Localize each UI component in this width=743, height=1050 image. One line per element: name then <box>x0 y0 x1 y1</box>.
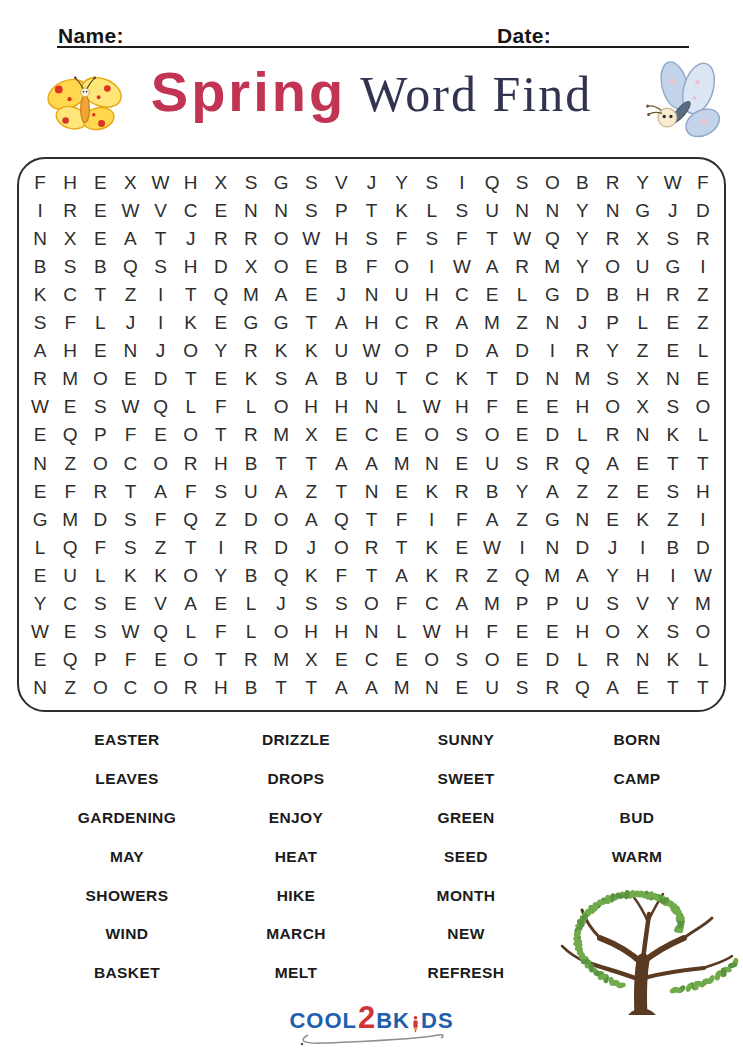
grid-letter[interactable]: Z <box>688 309 718 337</box>
grid-letter[interactable]: Q <box>55 421 85 449</box>
grid-letter[interactable]: E <box>537 393 567 421</box>
grid-letter[interactable]: K <box>296 562 326 590</box>
grid-letter[interactable]: S <box>597 590 627 618</box>
grid-letter[interactable]: K <box>658 421 688 449</box>
brand-logo[interactable]: COOL2BKDS <box>0 1002 743 1046</box>
grid-letter[interactable]: U <box>477 674 507 702</box>
grid-letter[interactable]: E <box>387 421 417 449</box>
grid-letter[interactable]: K <box>417 534 447 562</box>
grid-letter[interactable]: R <box>567 337 597 365</box>
grid-letter[interactable]: O <box>477 421 507 449</box>
word-item[interactable]: BORN <box>557 721 717 760</box>
grid-letter[interactable]: L <box>85 309 115 337</box>
grid-letter[interactable]: H <box>628 562 658 590</box>
grid-letter[interactable]: Z <box>55 674 85 702</box>
grid-letter[interactable]: U <box>356 365 386 393</box>
grid-letter[interactable]: R <box>55 197 85 225</box>
grid-letter[interactable]: A <box>447 590 477 618</box>
grid-letter[interactable]: R <box>85 478 115 506</box>
grid-letter[interactable]: B <box>477 478 507 506</box>
grid-letter[interactable]: K <box>266 337 296 365</box>
grid-letter[interactable]: L <box>236 393 266 421</box>
grid-letter[interactable]: I <box>447 169 477 197</box>
grid-letter[interactable]: O <box>326 534 356 562</box>
grid-letter[interactable]: T <box>326 478 356 506</box>
grid-letter[interactable]: T <box>387 365 417 393</box>
grid-letter[interactable]: N <box>537 309 567 337</box>
grid-letter[interactable]: T <box>356 506 386 534</box>
word-item[interactable]: SHOWERS <box>27 876 227 915</box>
grid-letter[interactable]: L <box>236 618 266 646</box>
grid-letter[interactable]: S <box>447 197 477 225</box>
grid-letter[interactable]: A <box>567 562 597 590</box>
grid-letter[interactable]: T <box>206 421 236 449</box>
grid-letter[interactable]: W <box>477 534 507 562</box>
grid-letter[interactable]: F <box>356 253 386 281</box>
grid-letter[interactable]: Q <box>567 450 597 478</box>
grid-letter[interactable]: N <box>356 618 386 646</box>
grid-letter[interactable]: J <box>146 337 176 365</box>
grid-letter[interactable]: N <box>537 197 567 225</box>
grid-letter[interactable]: M <box>55 506 85 534</box>
grid-letter[interactable]: O <box>266 225 296 253</box>
grid-letter[interactable]: X <box>55 225 85 253</box>
grid-letter[interactable]: J <box>176 225 206 253</box>
grid-letter[interactable]: O <box>597 253 627 281</box>
grid-letter[interactable]: A <box>296 365 326 393</box>
grid-letter[interactable]: T <box>688 674 718 702</box>
grid-letter[interactable]: M <box>537 562 567 590</box>
grid-letter[interactable]: L <box>176 393 206 421</box>
grid-letter[interactable]: W <box>417 618 447 646</box>
grid-letter[interactable]: R <box>597 421 627 449</box>
grid-letter[interactable]: Q <box>537 225 567 253</box>
grid-letter[interactable]: Y <box>387 169 417 197</box>
grid-letter[interactable]: L <box>688 337 718 365</box>
grid-letter[interactable]: E <box>326 421 356 449</box>
grid-letter[interactable]: U <box>326 337 356 365</box>
grid-letter[interactable]: O <box>176 562 206 590</box>
grid-letter[interactable]: N <box>25 450 55 478</box>
grid-letter[interactable]: O <box>387 337 417 365</box>
grid-letter[interactable]: Y <box>597 562 627 590</box>
grid-letter[interactable]: Y <box>658 590 688 618</box>
grid-letter[interactable]: E <box>25 478 55 506</box>
grid-letter[interactable]: N <box>628 646 658 674</box>
grid-letter[interactable]: D <box>85 506 115 534</box>
grid-letter[interactable]: F <box>477 618 507 646</box>
grid-letter[interactable]: N <box>356 478 386 506</box>
grid-letter[interactable]: A <box>356 450 386 478</box>
grid-letter[interactable]: E <box>447 450 477 478</box>
grid-letter[interactable]: F <box>447 225 477 253</box>
grid-letter[interactable]: O <box>597 618 627 646</box>
grid-letter[interactable]: G <box>236 309 266 337</box>
grid-letter[interactable]: F <box>387 506 417 534</box>
grid-letter[interactable]: O <box>85 365 115 393</box>
grid-letter[interactable]: R <box>597 646 627 674</box>
grid-letter[interactable]: Q <box>266 562 296 590</box>
grid-letter[interactable]: D <box>507 365 537 393</box>
word-item[interactable]: CAMP <box>557 760 717 799</box>
grid-letter[interactable]: C <box>417 365 447 393</box>
grid-letter[interactable]: U <box>628 253 658 281</box>
grid-letter[interactable]: M <box>55 365 85 393</box>
grid-letter[interactable]: S <box>417 225 447 253</box>
word-item[interactable]: DROPS <box>216 760 376 799</box>
grid-letter[interactable]: Y <box>597 337 627 365</box>
grid-letter[interactable]: N <box>356 281 386 309</box>
grid-letter[interactable]: S <box>236 169 266 197</box>
grid-letter[interactable]: E <box>688 365 718 393</box>
grid-letter[interactable]: S <box>356 225 386 253</box>
grid-letter[interactable]: A <box>447 309 477 337</box>
grid-letter[interactable]: W <box>688 562 718 590</box>
grid-letter[interactable]: A <box>537 478 567 506</box>
grid-letter[interactable]: K <box>115 562 145 590</box>
grid-letter[interactable]: H <box>417 281 447 309</box>
grid-letter[interactable]: H <box>296 393 326 421</box>
word-item[interactable]: SUNNY <box>386 721 546 760</box>
grid-letter[interactable]: M <box>387 674 417 702</box>
grid-letter[interactable]: C <box>447 281 477 309</box>
grid-letter[interactable]: E <box>447 674 477 702</box>
grid-letter[interactable]: Z <box>115 281 145 309</box>
grid-letter[interactable]: M <box>266 421 296 449</box>
word-item[interactable]: BUD <box>557 799 717 838</box>
grid-letter[interactable]: F <box>206 393 236 421</box>
grid-letter[interactable]: Z <box>688 281 718 309</box>
grid-letter[interactable]: K <box>417 562 447 590</box>
grid-letter[interactable]: L <box>236 590 266 618</box>
grid-letter[interactable]: B <box>326 253 356 281</box>
word-item[interactable]: BASKET <box>27 954 227 993</box>
grid-letter[interactable]: Z <box>507 309 537 337</box>
grid-letter[interactable]: R <box>447 562 477 590</box>
grid-letter[interactable]: R <box>417 309 447 337</box>
grid-letter[interactable]: T <box>688 450 718 478</box>
grid-letter[interactable]: E <box>477 281 507 309</box>
grid-letter[interactable]: H <box>206 450 236 478</box>
grid-letter[interactable]: W <box>25 393 55 421</box>
grid-letter[interactable]: Z <box>597 478 627 506</box>
grid-letter[interactable]: H <box>567 618 597 646</box>
grid-letter[interactable]: P <box>85 421 115 449</box>
grid-letter[interactable]: I <box>688 253 718 281</box>
grid-letter[interactable]: S <box>296 197 326 225</box>
grid-letter[interactable]: O <box>146 674 176 702</box>
grid-letter[interactable]: Q <box>55 646 85 674</box>
grid-letter[interactable]: I <box>688 506 718 534</box>
word-item[interactable]: ENJOY <box>216 799 376 838</box>
grid-letter[interactable]: Z <box>628 337 658 365</box>
grid-letter[interactable]: N <box>356 393 386 421</box>
grid-letter[interactable]: T <box>176 281 206 309</box>
grid-letter[interactable]: F <box>326 562 356 590</box>
grid-letter[interactable]: B <box>236 674 266 702</box>
grid-letter[interactable]: R <box>236 337 266 365</box>
grid-letter[interactable]: C <box>55 281 85 309</box>
grid-letter[interactable]: S <box>85 618 115 646</box>
grid-letter[interactable]: W <box>447 253 477 281</box>
grid-letter[interactable]: I <box>146 281 176 309</box>
grid-letter[interactable]: R <box>597 169 627 197</box>
grid-letter[interactable]: D <box>537 421 567 449</box>
grid-letter[interactable]: Q <box>115 253 145 281</box>
grid-letter[interactable]: R <box>25 365 55 393</box>
grid-letter[interactable]: F <box>85 534 115 562</box>
grid-letter[interactable]: S <box>447 421 477 449</box>
grid-letter[interactable]: W <box>25 618 55 646</box>
grid-letter[interactable]: D <box>688 534 718 562</box>
grid-letter[interactable]: W <box>296 225 326 253</box>
grid-letter[interactable]: H <box>176 169 206 197</box>
grid-letter[interactable]: T <box>296 674 326 702</box>
grid-letter[interactable]: M <box>477 309 507 337</box>
grid-letter[interactable]: Q <box>567 674 597 702</box>
grid-letter[interactable]: P <box>85 646 115 674</box>
word-item[interactable]: WIND <box>27 915 227 954</box>
grid-letter[interactable]: C <box>115 450 145 478</box>
grid-letter[interactable]: Y <box>206 562 236 590</box>
grid-letter[interactable]: D <box>507 337 537 365</box>
grid-letter[interactable]: O <box>597 393 627 421</box>
grid-letter[interactable]: W <box>658 169 688 197</box>
grid-letter[interactable]: S <box>55 253 85 281</box>
word-item[interactable]: MAY <box>27 837 227 876</box>
grid-letter[interactable]: R <box>537 674 567 702</box>
grid-letter[interactable]: A <box>597 450 627 478</box>
grid-letter[interactable]: S <box>507 169 537 197</box>
grid-letter[interactable]: K <box>417 478 447 506</box>
grid-letter[interactable]: T <box>176 365 206 393</box>
grid-letter[interactable]: E <box>55 393 85 421</box>
grid-letter[interactable]: X <box>296 646 326 674</box>
grid-letter[interactable]: F <box>688 169 718 197</box>
grid-letter[interactable]: O <box>477 646 507 674</box>
grid-letter[interactable]: E <box>85 197 115 225</box>
grid-letter[interactable]: O <box>266 393 296 421</box>
grid-letter[interactable]: E <box>387 646 417 674</box>
grid-letter[interactable]: S <box>507 450 537 478</box>
grid-letter[interactable]: Z <box>55 450 85 478</box>
word-item[interactable]: SEED <box>386 837 546 876</box>
grid-letter[interactable]: E <box>296 253 326 281</box>
grid-letter[interactable]: L <box>387 393 417 421</box>
grid-letter[interactable]: X <box>628 618 658 646</box>
grid-letter[interactable]: L <box>507 281 537 309</box>
grid-letter[interactable]: M <box>266 646 296 674</box>
grid-letter[interactable]: E <box>85 225 115 253</box>
grid-letter[interactable]: P <box>537 590 567 618</box>
grid-letter[interactable]: A <box>326 450 356 478</box>
grid-letter[interactable]: S <box>115 506 145 534</box>
grid-letter[interactable]: U <box>387 281 417 309</box>
grid-letter[interactable]: F <box>447 506 477 534</box>
grid-letter[interactable]: E <box>206 309 236 337</box>
grid-letter[interactable]: N <box>25 225 55 253</box>
grid-letter[interactable]: A <box>146 478 176 506</box>
grid-letter[interactable]: Z <box>477 562 507 590</box>
grid-letter[interactable]: M <box>567 365 597 393</box>
grid-letter[interactable]: E <box>115 590 145 618</box>
word-item[interactable]: MARCH <box>216 915 376 954</box>
grid-letter[interactable]: G <box>537 281 567 309</box>
grid-letter[interactable]: Z <box>658 506 688 534</box>
grid-letter[interactable]: Y <box>507 478 537 506</box>
grid-letter[interactable]: E <box>206 590 236 618</box>
grid-letter[interactable]: E <box>85 337 115 365</box>
grid-letter[interactable]: L <box>688 646 718 674</box>
grid-letter[interactable]: V <box>628 590 658 618</box>
grid-letter[interactable]: Y <box>567 197 597 225</box>
grid-letter[interactable]: R <box>236 225 266 253</box>
word-item[interactable]: SWEET <box>386 760 546 799</box>
grid-letter[interactable]: F <box>477 393 507 421</box>
grid-letter[interactable]: H <box>447 393 477 421</box>
grid-letter[interactable]: R <box>236 646 266 674</box>
grid-letter[interactable]: O <box>266 506 296 534</box>
grid-letter[interactable]: O <box>688 618 718 646</box>
grid-letter[interactable]: D <box>567 534 597 562</box>
grid-letter[interactable]: F <box>25 169 55 197</box>
grid-letter[interactable]: F <box>146 506 176 534</box>
grid-letter[interactable]: G <box>658 253 688 281</box>
grid-letter[interactable]: D <box>447 337 477 365</box>
grid-letter[interactable]: C <box>176 197 206 225</box>
grid-letter[interactable]: O <box>146 450 176 478</box>
grid-letter[interactable]: F <box>387 590 417 618</box>
grid-letter[interactable]: J <box>597 534 627 562</box>
grid-letter[interactable]: S <box>507 674 537 702</box>
grid-letter[interactable]: L <box>688 421 718 449</box>
grid-letter[interactable]: N <box>417 450 447 478</box>
grid-letter[interactable]: P <box>507 590 537 618</box>
grid-letter[interactable]: O <box>176 646 206 674</box>
grid-letter[interactable]: B <box>658 534 688 562</box>
grid-letter[interactable]: Y <box>567 225 597 253</box>
grid-letter[interactable]: G <box>266 309 296 337</box>
grid-letter[interactable]: J <box>296 534 326 562</box>
grid-letter[interactable]: E <box>507 421 537 449</box>
grid-letter[interactable]: Q <box>326 506 356 534</box>
grid-letter[interactable]: E <box>628 478 658 506</box>
grid-letter[interactable]: U <box>567 590 597 618</box>
grid-letter[interactable]: K <box>447 365 477 393</box>
grid-letter[interactable]: E <box>25 421 55 449</box>
grid-letter[interactable]: C <box>115 674 145 702</box>
word-item[interactable]: REFRESH <box>386 954 546 993</box>
word-item[interactable]: NEW <box>386 915 546 954</box>
grid-letter[interactable]: I <box>206 534 236 562</box>
grid-letter[interactable]: S <box>296 590 326 618</box>
word-item[interactable]: GARDENING <box>27 799 227 838</box>
grid-letter[interactable]: T <box>658 450 688 478</box>
grid-letter[interactable]: U <box>236 478 266 506</box>
grid-letter[interactable]: N <box>236 197 266 225</box>
grid-letter[interactable]: C <box>356 646 386 674</box>
grid-letter[interactable]: O <box>387 253 417 281</box>
grid-letter[interactable]: J <box>658 197 688 225</box>
grid-letter[interactable]: I <box>25 197 55 225</box>
grid-letter[interactable]: D <box>688 197 718 225</box>
grid-letter[interactable]: C <box>356 421 386 449</box>
grid-letter[interactable]: C <box>55 590 85 618</box>
grid-letter[interactable]: E <box>597 506 627 534</box>
grid-letter[interactable]: H <box>356 309 386 337</box>
grid-letter[interactable]: T <box>115 478 145 506</box>
grid-letter[interactable]: Z <box>146 534 176 562</box>
grid-letter[interactable]: S <box>25 309 55 337</box>
grid-letter[interactable]: T <box>266 674 296 702</box>
grid-letter[interactable]: A <box>326 309 356 337</box>
grid-letter[interactable]: I <box>628 534 658 562</box>
grid-letter[interactable]: K <box>236 365 266 393</box>
grid-letter[interactable]: Q <box>146 618 176 646</box>
grid-letter[interactable]: V <box>146 590 176 618</box>
grid-letter[interactable]: S <box>658 225 688 253</box>
word-item[interactable]: DRIZZLE <box>216 721 376 760</box>
grid-letter[interactable]: H <box>688 478 718 506</box>
grid-letter[interactable]: H <box>326 618 356 646</box>
grid-letter[interactable]: K <box>658 646 688 674</box>
grid-letter[interactable]: D <box>567 281 597 309</box>
grid-letter[interactable]: O <box>417 646 447 674</box>
grid-letter[interactable]: A <box>477 253 507 281</box>
grid-letter[interactable]: R <box>236 534 266 562</box>
grid-letter[interactable]: K <box>387 197 417 225</box>
grid-letter[interactable]: I <box>658 562 688 590</box>
grid-letter[interactable]: I <box>507 534 537 562</box>
grid-letter[interactable]: F <box>55 478 85 506</box>
grid-letter[interactable]: K <box>25 281 55 309</box>
grid-letter[interactable]: X <box>206 169 236 197</box>
grid-letter[interactable]: D <box>236 506 266 534</box>
grid-letter[interactable]: X <box>236 253 266 281</box>
word-item[interactable]: GREEN <box>386 799 546 838</box>
word-item[interactable]: EASTER <box>27 721 227 760</box>
grid-letter[interactable]: A <box>266 478 296 506</box>
grid-letter[interactable]: G <box>628 197 658 225</box>
grid-letter[interactable]: E <box>206 197 236 225</box>
grid-letter[interactable]: L <box>567 646 597 674</box>
grid-letter[interactable]: E <box>507 646 537 674</box>
grid-letter[interactable]: F <box>176 478 206 506</box>
grid-letter[interactable]: Q <box>176 506 206 534</box>
grid-letter[interactable]: F <box>115 646 145 674</box>
grid-letter[interactable]: N <box>507 197 537 225</box>
grid-letter[interactable]: E <box>537 618 567 646</box>
grid-letter[interactable]: C <box>387 309 417 337</box>
grid-letter[interactable]: T <box>266 450 296 478</box>
grid-letter[interactable]: I <box>537 337 567 365</box>
grid-letter[interactable]: O <box>417 421 447 449</box>
grid-letter[interactable]: R <box>206 225 236 253</box>
grid-letter[interactable]: T <box>85 281 115 309</box>
grid-letter[interactable]: R <box>537 450 567 478</box>
grid-letter[interactable]: E <box>507 393 537 421</box>
grid-letter[interactable]: E <box>387 478 417 506</box>
grid-letter[interactable]: O <box>176 337 206 365</box>
grid-letter[interactable]: D <box>206 253 236 281</box>
grid-letter[interactable]: M <box>688 590 718 618</box>
grid-letter[interactable]: T <box>477 365 507 393</box>
grid-letter[interactable]: S <box>85 590 115 618</box>
grid-letter[interactable]: E <box>326 646 356 674</box>
grid-letter[interactable]: U <box>477 450 507 478</box>
grid-letter[interactable]: H <box>628 281 658 309</box>
word-item[interactable]: MONTH <box>386 876 546 915</box>
